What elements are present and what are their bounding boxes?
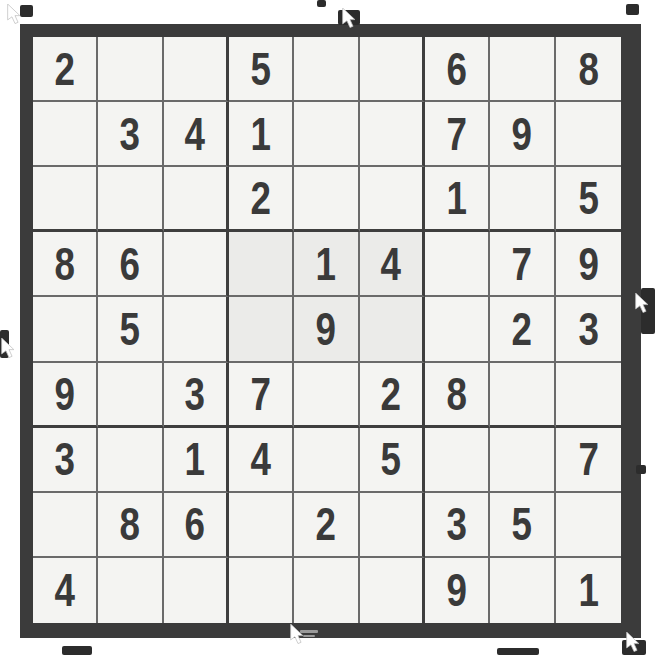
given-digit: 7 (446, 111, 466, 157)
cell-r5c9[interactable]: 3 (556, 297, 621, 362)
given-digit: 2 (316, 501, 336, 547)
cell-r7c7[interactable] (425, 428, 490, 493)
cell-r2c7[interactable]: 7 (425, 102, 490, 167)
given-digit: 1 (316, 241, 336, 287)
cell-r1c6[interactable] (360, 37, 425, 102)
given-digit: 1 (578, 567, 598, 613)
sudoku-grid: 2568341792158614795923937283145786235491 (33, 37, 621, 623)
cell-r2c9[interactable] (556, 102, 621, 167)
cell-r6c1[interactable]: 9 (33, 363, 98, 428)
cell-r7c8[interactable] (490, 428, 555, 493)
given-digit: 3 (446, 501, 466, 547)
cell-r7c3[interactable]: 1 (164, 428, 229, 493)
cell-r5c4[interactable] (229, 297, 294, 362)
cell-r2c3[interactable]: 4 (164, 102, 229, 167)
cell-r1c9[interactable]: 8 (556, 37, 621, 102)
given-digit: 4 (54, 567, 74, 613)
edge-speck (497, 648, 539, 655)
cursor-icon (6, 4, 24, 26)
cell-r6c9[interactable] (556, 363, 621, 428)
given-digit: 4 (381, 241, 401, 287)
cell-r6c3[interactable]: 3 (164, 363, 229, 428)
cell-r5c6[interactable] (360, 297, 425, 362)
given-digit: 1 (185, 436, 205, 482)
given-digit: 7 (512, 241, 532, 287)
cell-r9c9[interactable]: 1 (556, 558, 621, 623)
cell-r2c2[interactable]: 3 (98, 102, 163, 167)
cell-r2c8[interactable]: 9 (490, 102, 555, 167)
cursor-icon (341, 8, 359, 30)
given-digit: 6 (185, 501, 205, 547)
cell-r8c5[interactable]: 2 (294, 493, 359, 558)
given-digit: 8 (120, 501, 140, 547)
cell-r2c4[interactable]: 1 (229, 102, 294, 167)
cell-r4c6[interactable]: 4 (360, 232, 425, 297)
cell-r4c7[interactable] (425, 232, 490, 297)
cell-r1c1[interactable]: 2 (33, 37, 98, 102)
cell-r1c8[interactable] (490, 37, 555, 102)
given-digit: 6 (120, 241, 140, 287)
cell-r9c4[interactable] (229, 558, 294, 623)
given-digit: 5 (381, 436, 401, 482)
cell-r6c8[interactable] (490, 363, 555, 428)
given-digit: 5 (120, 306, 140, 352)
cursor-icon (289, 624, 307, 646)
cursor-icon (0, 338, 18, 360)
cell-r8c1[interactable] (33, 493, 98, 558)
cell-r4c8[interactable]: 7 (490, 232, 555, 297)
given-digit: 9 (54, 371, 74, 417)
page: { "game": "sudoku", "position": "2..5..6… (0, 0, 655, 655)
cell-r3c5[interactable] (294, 167, 359, 232)
cell-r8c2[interactable]: 8 (98, 493, 163, 558)
given-digit: 2 (54, 46, 74, 92)
cell-r6c7[interactable]: 8 (425, 363, 490, 428)
edge-speck (317, 0, 326, 7)
given-digit: 1 (250, 111, 270, 157)
given-digit: 7 (250, 371, 270, 417)
edge-speck (62, 646, 92, 655)
given-digit: 5 (512, 501, 532, 547)
given-digit: 6 (446, 46, 466, 92)
cell-r1c2[interactable] (98, 37, 163, 102)
cursor-icon (634, 293, 652, 315)
given-digit: 7 (578, 436, 598, 482)
cell-r8c9[interactable] (556, 493, 621, 558)
cell-r5c3[interactable] (164, 297, 229, 362)
cell-r9c5[interactable] (294, 558, 359, 623)
cell-r9c7[interactable]: 9 (425, 558, 490, 623)
sudoku-board: 2568341792158614795923937283145786235491 (20, 24, 641, 638)
cell-r4c5[interactable]: 1 (294, 232, 359, 297)
given-digit: 4 (250, 436, 270, 482)
given-digit: 2 (512, 306, 532, 352)
given-digit: 8 (578, 46, 598, 92)
cell-r4c2[interactable]: 6 (98, 232, 163, 297)
cell-r6c6[interactable]: 2 (360, 363, 425, 428)
cell-r4c4[interactable] (229, 232, 294, 297)
cell-r3c8[interactable] (490, 167, 555, 232)
cell-r3c6[interactable] (360, 167, 425, 232)
cell-r5c8[interactable]: 2 (490, 297, 555, 362)
cell-r9c6[interactable] (360, 558, 425, 623)
cell-r2c1[interactable] (33, 102, 98, 167)
given-digit: 8 (446, 371, 466, 417)
cell-r7c6[interactable]: 5 (360, 428, 425, 493)
cell-r7c9[interactable]: 7 (556, 428, 621, 493)
cell-r7c2[interactable] (98, 428, 163, 493)
cell-r5c7[interactable] (425, 297, 490, 362)
cell-r3c4[interactable]: 2 (229, 167, 294, 232)
given-digit: 3 (578, 306, 598, 352)
given-digit: 5 (250, 46, 270, 92)
cell-r8c3[interactable]: 6 (164, 493, 229, 558)
cell-r7c1[interactable]: 3 (33, 428, 98, 493)
given-digit: 4 (185, 111, 205, 157)
cell-r2c6[interactable] (360, 102, 425, 167)
given-digit: 9 (512, 111, 532, 157)
cell-r3c7[interactable]: 1 (425, 167, 490, 232)
cell-r4c1[interactable]: 8 (33, 232, 98, 297)
cell-r4c9[interactable]: 9 (556, 232, 621, 297)
cell-r3c9[interactable]: 5 (556, 167, 621, 232)
given-digit: 9 (446, 567, 466, 613)
cell-r8c4[interactable] (229, 493, 294, 558)
cell-r3c2[interactable] (98, 167, 163, 232)
given-digit: 9 (316, 306, 336, 352)
edge-speck (636, 465, 646, 474)
given-digit: 2 (250, 175, 270, 221)
cell-r7c4[interactable]: 4 (229, 428, 294, 493)
given-digit: 5 (578, 175, 598, 221)
given-digit: 3 (120, 111, 140, 157)
cell-r1c5[interactable] (294, 37, 359, 102)
cell-r8c7[interactable]: 3 (425, 493, 490, 558)
cell-r1c4[interactable]: 5 (229, 37, 294, 102)
cell-r5c2[interactable]: 5 (98, 297, 163, 362)
given-digit: 2 (381, 371, 401, 417)
cursor-icon (625, 632, 643, 654)
cell-r5c5[interactable]: 9 (294, 297, 359, 362)
given-digit: 8 (54, 241, 74, 287)
cell-r6c2[interactable] (98, 363, 163, 428)
cell-r9c2[interactable] (98, 558, 163, 623)
given-digit: 9 (578, 241, 598, 287)
cell-r5c1[interactable] (33, 297, 98, 362)
cell-r2c5[interactable] (294, 102, 359, 167)
cell-r8c6[interactable] (360, 493, 425, 558)
given-digit: 3 (185, 371, 205, 417)
cell-r4c3[interactable] (164, 232, 229, 297)
cell-r1c7[interactable]: 6 (425, 37, 490, 102)
cell-r9c8[interactable] (490, 558, 555, 623)
given-digit: 1 (446, 175, 466, 221)
given-digit: 3 (54, 436, 74, 482)
cell-r6c4[interactable]: 7 (229, 363, 294, 428)
edge-speck (626, 4, 639, 15)
cell-r9c1[interactable]: 4 (33, 558, 98, 623)
cell-r1c3[interactable] (164, 37, 229, 102)
cell-r9c3[interactable] (164, 558, 229, 623)
cell-r7c5[interactable] (294, 428, 359, 493)
cell-r3c1[interactable] (33, 167, 98, 232)
cell-r6c5[interactable] (294, 363, 359, 428)
cell-r8c8[interactable]: 5 (490, 493, 555, 558)
cell-r3c3[interactable] (164, 167, 229, 232)
